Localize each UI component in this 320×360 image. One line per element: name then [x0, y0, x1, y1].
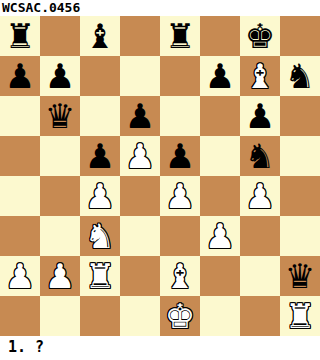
- square-f3[interactable]: ♟: [200, 216, 240, 256]
- chess-board: ♜♝♜♚♟♟♟♝♞♛♟♟♟♟♟♞♟♟♟♞♟♟♟♜♝♛♚♜: [0, 16, 320, 336]
- square-e7[interactable]: [160, 56, 200, 96]
- black-rook-piece: ♜: [165, 16, 195, 56]
- square-b7[interactable]: ♟: [40, 56, 80, 96]
- square-a6[interactable]: [0, 96, 40, 136]
- black-pawn-piece: ♟: [85, 136, 115, 176]
- white-knight-piece: ♞: [85, 216, 115, 256]
- square-e8[interactable]: ♜: [160, 16, 200, 56]
- square-d5[interactable]: ♟: [120, 136, 160, 176]
- black-knight-piece: ♞: [245, 136, 275, 176]
- black-knight-piece: ♞: [285, 56, 315, 96]
- square-a1[interactable]: [0, 296, 40, 336]
- square-f2[interactable]: [200, 256, 240, 296]
- square-f4[interactable]: [200, 176, 240, 216]
- square-d2[interactable]: [120, 256, 160, 296]
- square-c1[interactable]: [80, 296, 120, 336]
- square-e6[interactable]: [160, 96, 200, 136]
- square-b4[interactable]: [40, 176, 80, 216]
- square-h8[interactable]: [280, 16, 320, 56]
- square-g1[interactable]: [240, 296, 280, 336]
- white-bishop-piece: ♝: [165, 256, 195, 296]
- black-pawn-piece: ♟: [5, 56, 35, 96]
- black-pawn-piece: ♟: [165, 136, 195, 176]
- square-c3[interactable]: ♞: [80, 216, 120, 256]
- puzzle-title: WCSAC.0456: [0, 0, 320, 16]
- square-c5[interactable]: ♟: [80, 136, 120, 176]
- black-pawn-piece: ♟: [205, 56, 235, 96]
- square-c7[interactable]: [80, 56, 120, 96]
- square-e1[interactable]: ♚: [160, 296, 200, 336]
- square-d6[interactable]: ♟: [120, 96, 160, 136]
- square-a3[interactable]: [0, 216, 40, 256]
- square-h6[interactable]: [280, 96, 320, 136]
- white-pawn-piece: ♟: [85, 176, 115, 216]
- square-h4[interactable]: [280, 176, 320, 216]
- white-pawn-piece: ♟: [5, 256, 35, 296]
- black-pawn-piece: ♟: [45, 56, 75, 96]
- white-rook-piece: ♜: [85, 256, 115, 296]
- square-d1[interactable]: [120, 296, 160, 336]
- square-c6[interactable]: [80, 96, 120, 136]
- white-pawn-piece: ♟: [125, 136, 155, 176]
- white-king-piece: ♚: [165, 296, 195, 336]
- white-pawn-piece: ♟: [245, 176, 275, 216]
- white-pawn-piece: ♟: [205, 216, 235, 256]
- square-g3[interactable]: [240, 216, 280, 256]
- square-b2[interactable]: ♟: [40, 256, 80, 296]
- square-g5[interactable]: ♞: [240, 136, 280, 176]
- square-d4[interactable]: [120, 176, 160, 216]
- square-e5[interactable]: ♟: [160, 136, 200, 176]
- square-g4[interactable]: ♟: [240, 176, 280, 216]
- square-h1[interactable]: ♜: [280, 296, 320, 336]
- square-a7[interactable]: ♟: [0, 56, 40, 96]
- square-f7[interactable]: ♟: [200, 56, 240, 96]
- white-bishop-piece: ♝: [245, 56, 275, 96]
- black-pawn-piece: ♟: [245, 96, 275, 136]
- black-queen-piece: ♛: [285, 256, 315, 296]
- square-b8[interactable]: [40, 16, 80, 56]
- square-b6[interactable]: ♛: [40, 96, 80, 136]
- square-h5[interactable]: [280, 136, 320, 176]
- square-e3[interactable]: [160, 216, 200, 256]
- white-rook-piece: ♜: [285, 296, 315, 336]
- black-king-piece: ♚: [245, 16, 275, 56]
- square-b5[interactable]: [40, 136, 80, 176]
- square-b3[interactable]: [40, 216, 80, 256]
- square-f8[interactable]: [200, 16, 240, 56]
- black-pawn-piece: ♟: [125, 96, 155, 136]
- square-f5[interactable]: [200, 136, 240, 176]
- square-g2[interactable]: [240, 256, 280, 296]
- black-queen-piece: ♛: [45, 96, 75, 136]
- square-e2[interactable]: ♝: [160, 256, 200, 296]
- square-g6[interactable]: ♟: [240, 96, 280, 136]
- square-a8[interactable]: ♜: [0, 16, 40, 56]
- black-rook-piece: ♜: [5, 16, 35, 56]
- white-pawn-piece: ♟: [165, 176, 195, 216]
- square-g7[interactable]: ♝: [240, 56, 280, 96]
- square-d7[interactable]: [120, 56, 160, 96]
- black-bishop-piece: ♝: [85, 16, 115, 56]
- square-a5[interactable]: [0, 136, 40, 176]
- square-h2[interactable]: ♛: [280, 256, 320, 296]
- square-f6[interactable]: [200, 96, 240, 136]
- square-e4[interactable]: ♟: [160, 176, 200, 216]
- move-prompt: 1. ?: [0, 336, 320, 360]
- square-h3[interactable]: [280, 216, 320, 256]
- square-a4[interactable]: [0, 176, 40, 216]
- square-b1[interactable]: [40, 296, 80, 336]
- white-pawn-piece: ♟: [45, 256, 75, 296]
- square-d3[interactable]: [120, 216, 160, 256]
- square-c8[interactable]: ♝: [80, 16, 120, 56]
- square-d8[interactable]: [120, 16, 160, 56]
- square-g8[interactable]: ♚: [240, 16, 280, 56]
- square-h7[interactable]: ♞: [280, 56, 320, 96]
- square-c2[interactable]: ♜: [80, 256, 120, 296]
- square-a2[interactable]: ♟: [0, 256, 40, 296]
- square-c4[interactable]: ♟: [80, 176, 120, 216]
- square-f1[interactable]: [200, 296, 240, 336]
